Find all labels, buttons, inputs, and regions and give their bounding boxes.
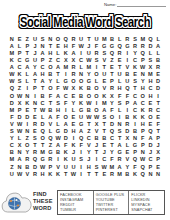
grid-cell-r10c5[interactable]: C — [39, 100, 47, 107]
grid-cell-r18c2[interactable]: A — [16, 157, 24, 164]
grid-cell-r19c19[interactable]: P — [147, 164, 155, 171]
grid-cell-r8c7[interactable]: F — [54, 86, 62, 93]
name-label: Name: — [104, 2, 116, 7]
grid-cell-r10c7[interactable]: S — [54, 100, 62, 107]
grid-cell-r20c2[interactable]: W — [16, 171, 24, 178]
grid-cell-r8c6[interactable]: O — [46, 86, 54, 93]
grid-cell-r10c10[interactable]: K — [77, 100, 85, 107]
grid-cell-r18c3[interactable]: R — [23, 157, 31, 164]
grid-cell-r18c9[interactable]: U — [70, 157, 78, 164]
grid-cell-r10c16[interactable]: P — [123, 100, 131, 107]
grid-cell-r20c5[interactable]: H — [39, 171, 47, 178]
grid-cell-r9c11[interactable]: O — [85, 93, 93, 100]
word-list-item: PINTEREST — [96, 208, 129, 213]
grid-cell-r8c9[interactable]: X — [70, 86, 78, 93]
grid-cell-r10c9[interactable]: Y — [70, 100, 78, 107]
cloud-globe-icon — [1, 192, 32, 215]
grid-cell-r19c13[interactable]: W — [100, 164, 108, 171]
grid-cell-r10c15[interactable]: S — [116, 100, 124, 107]
grid-cell-r9c14[interactable]: X — [108, 93, 116, 100]
grid-cell-r8c12[interactable]: O — [93, 86, 101, 93]
grid-cell-r8c2[interactable]: Z — [16, 86, 24, 93]
grid-cell-r10c11[interactable]: W — [85, 100, 93, 107]
name-blank[interactable] — [117, 2, 166, 7]
grid-cell-r20c8[interactable]: T — [62, 171, 70, 178]
grid-cell-r8c19[interactable]: C — [147, 86, 155, 93]
grid-cell-r9c20[interactable]: I — [154, 93, 162, 100]
grid-cell-r18c19[interactable]: C — [147, 157, 155, 164]
grid-cell-r19c18[interactable]: Q — [139, 164, 147, 171]
grid-cell-r19c8[interactable]: U — [62, 164, 70, 171]
grid-cell-r20c13[interactable]: E — [100, 171, 108, 178]
grid-cell-r19c5[interactable]: W — [39, 164, 47, 171]
word-list-column-2: GOOGLE PLUSYOUTUBETWITTERPINTEREST — [93, 191, 129, 214]
grid-cell-r18c16[interactable]: V — [123, 157, 131, 164]
grid-cell-r20c1[interactable]: U — [8, 171, 16, 178]
find-label-line1: FIND — [33, 191, 53, 198]
word-list-item: SNAPCHAT — [131, 208, 164, 213]
grid-cell-r8c14[interactable]: R — [108, 86, 116, 93]
grid-cell-r10c3[interactable]: K — [23, 100, 31, 107]
grid-cell-r18c18[interactable]: W — [139, 157, 147, 164]
grid-cell-r19c7[interactable]: V — [54, 164, 62, 171]
find-these-words-label: FIND THESE WORD — [33, 191, 53, 212]
grid-cell-r10c2[interactable]: X — [16, 100, 24, 107]
grid-cell-r19c16[interactable]: Y — [123, 164, 131, 171]
grid-cell-r19c12[interactable]: S — [93, 164, 101, 171]
grid-cell-r19c3[interactable]: B — [23, 164, 31, 171]
grid-cell-r20c17[interactable]: K — [131, 171, 139, 178]
grid-cell-r19c4[interactable]: D — [31, 164, 39, 171]
grid-cell-r9c12[interactable]: O — [93, 93, 101, 100]
grid-cell-r10c19[interactable]: E — [147, 100, 155, 107]
grid-cell-r10c20[interactable]: T — [154, 100, 162, 107]
grid-cell-r19c6[interactable]: P — [46, 164, 54, 171]
grid-cell-r18c14[interactable]: F — [108, 157, 116, 164]
grid-cell-r20c12[interactable]: T — [93, 171, 101, 178]
grid-cell-r19c9[interactable]: U — [70, 164, 78, 171]
grid-cell-r18c13[interactable]: C — [100, 157, 108, 164]
grid-cell-r9c4[interactable]: I — [31, 93, 39, 100]
grid-cell-r8c13[interactable]: V — [100, 86, 108, 93]
grid-cell-r18c10[interactable]: S — [77, 157, 85, 164]
grid-cell-r18c6[interactable]: R — [46, 157, 54, 164]
grid-cell-r9c13[interactable]: K — [100, 93, 108, 100]
word-list-item: GOOGLE PLUS — [96, 193, 129, 198]
grid-cell-r18c20[interactable]: P — [154, 157, 162, 164]
grid-cell-r10c18[interactable]: C — [139, 100, 147, 107]
word-list-box: FACEBOOKINSTAGRAMREDDITTUMBLRGOOGLE PLUS… — [57, 190, 165, 215]
grid-cell-r9c3[interactable]: N — [23, 93, 31, 100]
grid-cell-r9c19[interactable]: H — [147, 93, 155, 100]
worksheet-page: Name: Social Media Word Search NEZUSNOQR… — [0, 0, 170, 220]
grid-cell-r9c16[interactable]: F — [123, 93, 131, 100]
grid-cell-r8c16[interactable]: Q — [123, 86, 131, 93]
grid-cell-r18c1[interactable]: M — [8, 157, 16, 164]
grid-cell-r19c15[interactable]: A — [116, 164, 124, 171]
word-search-grid[interactable]: NEZUSNOQRUTUMBLRSMQLALPJNTEHFWJFGGQGRRDA… — [8, 36, 162, 178]
grid-cell-r18c17[interactable]: Q — [131, 157, 139, 164]
grid-cell-r8c15[interactable]: H — [116, 86, 124, 93]
find-label-line3: WORD — [33, 205, 53, 212]
grid-cell-r20c20[interactable]: N — [154, 171, 162, 178]
grid-cell-r8c4[interactable]: P — [31, 86, 39, 93]
grid-cell-r10c8[interactable]: F — [62, 100, 70, 107]
grid-cell-r8c5[interactable]: T — [39, 86, 47, 93]
find-label-line2: THESE — [33, 198, 53, 205]
grid-cell-r20c16[interactable]: B — [123, 171, 131, 178]
grid-cell-r18c5[interactable]: G — [39, 157, 47, 164]
grid-cell-r20c4[interactable]: R — [31, 171, 39, 178]
grid-cell-r10c13[interactable]: M — [100, 100, 108, 107]
grid-cell-r9c15[interactable]: F — [116, 93, 124, 100]
grid-cell-r18c4[interactable]: Q — [31, 157, 39, 164]
grid-cell-r10c17[interactable]: A — [131, 100, 139, 107]
grid-cell-r9c8[interactable]: C — [62, 93, 70, 100]
grid-cell-r8c18[interactable]: H — [139, 86, 147, 93]
grid-cell-r19c11[interactable]: H — [85, 164, 93, 171]
grid-cell-r9c9[interactable]: E — [70, 93, 78, 100]
grid-cell-r20c14[interactable]: R — [108, 171, 116, 178]
grid-cell-r20c19[interactable]: N — [147, 171, 155, 178]
grid-cell-r9c18[interactable]: O — [139, 93, 147, 100]
grid-cell-r8c20[interactable]: D — [154, 86, 162, 93]
grid-cell-r9c10[interactable]: B — [77, 93, 85, 100]
grid-cell-r20c10[interactable]: I — [77, 171, 85, 178]
grid-cell-r9c6[interactable]: F — [46, 93, 54, 100]
grid-cell-r18c15[interactable]: R — [116, 157, 124, 164]
grid-cell-r9c7[interactable]: A — [54, 93, 62, 100]
grid-cell-r20c18[interactable]: Q — [139, 171, 147, 178]
grid-cell-r8c17[interactable]: T — [131, 86, 139, 93]
grid-cell-r19c10[interactable]: I — [77, 164, 85, 171]
grid-cell-r9c1[interactable]: O — [8, 93, 16, 100]
grid-cell-r18c8[interactable]: K — [62, 157, 70, 164]
grid-cell-r18c11[interactable]: J — [85, 157, 93, 164]
grid-cell-r19c17[interactable]: F — [131, 164, 139, 171]
grid-cell-r18c12[interactable]: I — [93, 157, 101, 164]
grid-cell-r20c9[interactable]: W — [70, 171, 78, 178]
word-list-column-1: FACEBOOKINSTAGRAMREDDITTUMBLR — [58, 191, 93, 214]
grid-cell-r20c3[interactable]: V — [23, 171, 31, 178]
grid-cell-r8c10[interactable]: K — [77, 86, 85, 93]
grid-cell-r10c6[interactable]: T — [46, 100, 54, 107]
grid-cell-r20c6[interactable]: K — [46, 171, 54, 178]
grid-cell-r8c11[interactable]: B — [85, 86, 93, 93]
grid-cell-r19c1[interactable]: Z — [8, 164, 16, 171]
grid-cell-r8c3[interactable]: I — [23, 86, 31, 93]
grid-cell-r20c11[interactable]: T — [85, 171, 93, 178]
word-list-item: TUMBLR — [60, 208, 93, 213]
grid-cell-r8c8[interactable]: W — [62, 86, 70, 93]
name-line: Name: — [104, 2, 166, 7]
grid-cell-r9c17[interactable]: C — [131, 93, 139, 100]
grid-cell-r20c7[interactable]: K — [54, 171, 62, 178]
title-wrap: Social Media Word Search — [0, 9, 170, 27]
grid-cell-r9c2[interactable]: W — [16, 93, 24, 100]
grid-cell-r10c4[interactable]: N — [31, 100, 39, 107]
grid-cell-r19c20[interactable]: E — [154, 164, 162, 171]
page-title: Social Media Word Search — [20, 13, 150, 29]
grid-cell-r10c1[interactable]: D — [8, 100, 16, 107]
grid-cell-r18c7[interactable]: I — [54, 157, 62, 164]
word-list-column-3: FLICKRLINKEDINMYSPACESNAPCHAT — [128, 191, 164, 214]
grid-cell-r19c14[interactable]: M — [108, 164, 116, 171]
grid-cell-r10c14[interactable]: Y — [108, 100, 116, 107]
grid-cell-r9c5[interactable]: B — [39, 93, 47, 100]
grid-cell-r10c12[interactable]: I — [93, 100, 101, 107]
grid-cell-r20c15[interactable]: M — [116, 171, 124, 178]
grid-cell-r8c1[interactable]: Q — [8, 86, 16, 93]
grid-cell-r19c2[interactable]: N — [16, 164, 24, 171]
